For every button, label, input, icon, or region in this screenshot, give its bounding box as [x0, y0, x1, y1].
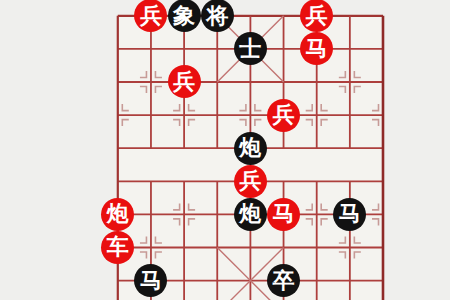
board-point: 马	[267, 198, 300, 231]
board-point: 将	[201, 0, 234, 32]
board-point	[234, 0, 267, 32]
board-point: 马	[134, 264, 167, 297]
piece-red-pawn[interactable]: 兵	[300, 0, 333, 32]
board-point	[167, 132, 200, 165]
board-point	[101, 32, 134, 65]
board-point	[101, 98, 134, 131]
board-point	[167, 165, 200, 198]
board-point	[134, 132, 167, 165]
board-point: 兵	[267, 98, 300, 131]
board-point	[201, 264, 234, 297]
board-point	[234, 65, 267, 98]
board-point	[300, 165, 333, 198]
board-point	[300, 198, 333, 231]
board-point	[201, 132, 234, 165]
board-point	[134, 231, 167, 264]
board-point: 兵	[167, 65, 200, 98]
board-point	[366, 165, 399, 198]
board-point: 卒	[267, 264, 300, 297]
board-point	[201, 165, 234, 198]
board-point	[201, 231, 234, 264]
piece-black-horse[interactable]: 马	[333, 198, 366, 231]
board-point	[333, 32, 366, 65]
board-point	[333, 65, 366, 98]
piece-black-general[interactable]: 将	[201, 0, 234, 32]
board-point: 象	[167, 0, 200, 32]
board-point: 兵	[134, 0, 167, 32]
board-point: 炮	[101, 198, 134, 231]
piece-red-pawn[interactable]: 兵	[168, 65, 201, 98]
board-point	[333, 132, 366, 165]
board-points[interactable]: 兵象将兵士马兵兵炮兵炮炮马马车马卒	[101, 0, 399, 300]
board-point	[201, 65, 234, 98]
board-point	[366, 198, 399, 231]
board-point	[201, 198, 234, 231]
board-point	[101, 132, 134, 165]
board-point	[366, 132, 399, 165]
board-point	[333, 98, 366, 131]
board-point	[234, 264, 267, 297]
xiangqi-screenshot: 兵象将兵士马兵兵炮兵炮炮马马车马卒	[0, 0, 450, 300]
board-point	[234, 231, 267, 264]
board-point: 马	[333, 198, 366, 231]
board-point	[267, 32, 300, 65]
board-point	[267, 65, 300, 98]
board-point	[366, 98, 399, 131]
board-point: 炮	[234, 132, 267, 165]
board-point	[134, 32, 167, 65]
board-point	[366, 0, 399, 32]
board-point	[333, 0, 366, 32]
board-point: 兵	[234, 165, 267, 198]
board-point	[101, 0, 134, 32]
board-point	[167, 264, 200, 297]
board-point	[167, 231, 200, 264]
piece-black-pawn[interactable]: 卒	[267, 264, 300, 297]
board-point	[167, 32, 200, 65]
board-point	[134, 98, 167, 131]
piece-red-chariot[interactable]: 车	[101, 231, 134, 264]
piece-red-pawn[interactable]: 兵	[134, 0, 167, 32]
piece-red-horse[interactable]: 马	[300, 32, 333, 65]
board-point	[300, 65, 333, 98]
piece-red-horse[interactable]: 马	[267, 198, 300, 231]
board-point	[101, 65, 134, 98]
board-point	[366, 264, 399, 297]
board-point	[366, 32, 399, 65]
board-point	[267, 165, 300, 198]
board-point	[300, 132, 333, 165]
board-point	[300, 98, 333, 131]
piece-black-cannon[interactable]: 炮	[234, 198, 267, 231]
board-point	[201, 32, 234, 65]
piece-black-horse[interactable]: 马	[134, 264, 167, 297]
board-point	[300, 264, 333, 297]
board-point	[333, 165, 366, 198]
board-point	[366, 231, 399, 264]
piece-red-pawn[interactable]: 兵	[234, 165, 267, 198]
board-point	[134, 198, 167, 231]
board-point	[234, 98, 267, 131]
piece-red-pawn[interactable]: 兵	[267, 99, 300, 132]
board-point	[366, 65, 399, 98]
board-point: 炮	[234, 198, 267, 231]
board-point	[101, 264, 134, 297]
board-point: 马	[300, 32, 333, 65]
board-point	[267, 0, 300, 32]
piece-black-elephant[interactable]: 象	[168, 0, 201, 32]
board-point	[300, 231, 333, 264]
board-point	[134, 65, 167, 98]
board-point: 兵	[300, 0, 333, 32]
board-point	[167, 198, 200, 231]
board-point	[267, 231, 300, 264]
board-point	[167, 98, 200, 131]
board-point	[333, 231, 366, 264]
piece-black-cannon[interactable]: 炮	[234, 132, 267, 165]
board-point: 士	[234, 32, 267, 65]
board-point	[101, 165, 134, 198]
board-point	[267, 132, 300, 165]
board-point	[134, 165, 167, 198]
board-point	[201, 98, 234, 131]
board-point: 车	[101, 231, 134, 264]
piece-black-advisor[interactable]: 士	[234, 32, 267, 65]
board-point	[333, 264, 366, 297]
piece-red-cannon[interactable]: 炮	[101, 198, 134, 231]
